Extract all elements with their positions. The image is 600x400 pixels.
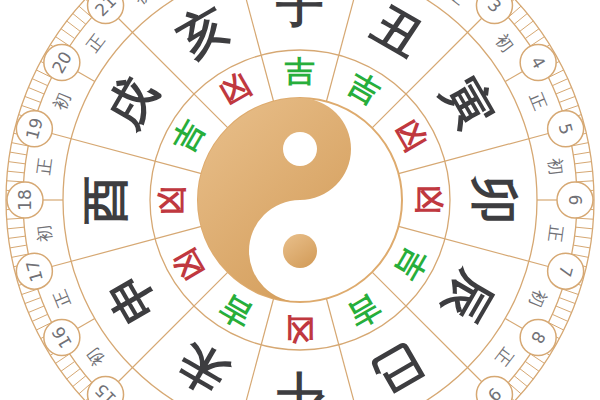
hour-spoke-line [77, 319, 94, 329]
ladder-tick [7, 227, 24, 229]
ladder-tick [520, 369, 533, 379]
ladder-tick [61, 29, 75, 39]
ladder-tick [552, 79, 567, 86]
ladder-tick [575, 236, 592, 238]
half-hour-label: 初 [82, 344, 108, 370]
ladder-tick [7, 171, 24, 173]
hour-spoke-line [505, 72, 522, 82]
ladder-tick [573, 152, 590, 155]
branch-label: 午 [276, 367, 326, 400]
ladder-tick [556, 87, 572, 94]
branch-label: 丑 [363, 0, 433, 67]
hour-spoke-line [77, 72, 94, 82]
ladder-tick [9, 236, 26, 238]
fortune-label: 凶 [154, 185, 189, 215]
fortune-label: 吉 [343, 289, 387, 335]
branch-label: 寅 [433, 68, 505, 138]
branch-label: 未 [168, 333, 238, 400]
ladder-tick [25, 298, 41, 304]
half-hour-label: 正 [526, 90, 551, 113]
fortune-label: 吉 [214, 289, 258, 335]
ladder-tick [559, 96, 575, 102]
ladder-tick [525, 29, 539, 39]
ladder-tick [576, 227, 593, 229]
fortune-label: 吉 [342, 65, 386, 111]
ladder-tick [514, 376, 527, 387]
ladder-tick [514, 13, 527, 24]
half-hour-label: 初 [49, 90, 74, 113]
branch-label: 戌 [94, 68, 167, 138]
ladder-tick [9, 162, 26, 164]
wheel-svg: 345678915161718192021正初正初正初正初正初正初正初子丑寅卯辰… [0, 0, 600, 400]
ladder-tick [32, 314, 47, 321]
half-hour-label: 正 [33, 157, 55, 176]
half-hour-label: 初 [545, 157, 567, 176]
ladder-tick [10, 152, 27, 155]
taijitu [198, 98, 402, 302]
zodiac-fortune-wheel: 345678915161718192021正初正初正初正初正初正初正初子丑寅卯辰… [0, 0, 600, 400]
ladder-tick [576, 171, 593, 173]
ladder-tick [575, 162, 592, 164]
taijitu-gold-dot [283, 234, 317, 268]
fortune-label: 吉 [284, 54, 315, 89]
ladder-tick [559, 298, 575, 304]
ladder-tick [32, 79, 47, 86]
ladder-tick [556, 306, 572, 313]
hour-number: 18 [15, 189, 35, 211]
ladder-tick [28, 87, 44, 94]
half-hour-label: 正 [492, 344, 518, 370]
branch-label: 子 [275, 0, 324, 33]
half-hour-label: 初 [492, 30, 518, 56]
ladder-tick [25, 96, 41, 102]
taijitu-white-dot [283, 132, 317, 166]
branch-label: 申 [95, 263, 167, 333]
ladder-tick [573, 245, 590, 248]
half-hour-label: 初 [526, 287, 551, 310]
fortune-label: 吉 [389, 242, 435, 286]
half-hour-label: 正 [545, 224, 567, 243]
branch-label: 巳 [363, 333, 433, 400]
fortune-label: 吉 [165, 114, 211, 158]
branch-label: 酉 [77, 176, 133, 225]
fortune-label: 凶 [285, 312, 315, 347]
branch-label: 亥 [167, 0, 237, 68]
ladder-tick [28, 306, 44, 313]
ladder-tick [73, 376, 86, 387]
branch-label: 卯 [467, 175, 523, 224]
hour-spoke-line [505, 319, 522, 329]
ladder-tick [67, 369, 80, 379]
half-hour-label: 初 [130, 0, 156, 8]
half-hour-label: 正 [49, 287, 74, 310]
ladder-tick [525, 361, 539, 371]
branch-label: 辰 [433, 262, 506, 332]
half-hour-label: 正 [82, 30, 108, 56]
ladder-tick [67, 21, 80, 31]
hour-number: 6 [565, 195, 585, 206]
ladder-tick [520, 21, 533, 31]
ladder-tick [10, 245, 27, 248]
ladder-tick [73, 13, 86, 24]
half-hour-label: 正 [444, 0, 470, 8]
ladder-tick [61, 361, 75, 371]
ladder-tick [552, 314, 567, 321]
half-hour-label: 初 [33, 224, 55, 243]
fortune-label: 凶 [412, 185, 447, 215]
